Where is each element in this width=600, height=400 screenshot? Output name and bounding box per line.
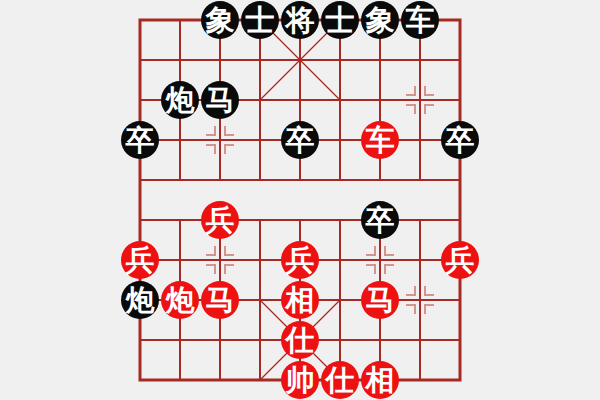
star-point-marker <box>366 246 375 255</box>
piece-red-advisor[interactable]: 仕 <box>281 321 319 359</box>
piece-red-soldier[interactable]: 兵 <box>201 201 239 239</box>
piece-red-horse[interactable]: 马 <box>361 281 399 319</box>
piece-red-soldier[interactable]: 兵 <box>281 241 319 279</box>
piece-black-cannon[interactable]: 炮 <box>121 281 159 319</box>
star-point-marker <box>406 286 415 295</box>
piece-black-elephant[interactable]: 象 <box>201 1 239 39</box>
piece-black-soldier[interactable]: 卒 <box>441 121 479 159</box>
star-point-marker <box>406 305 415 314</box>
piece-red-advisor[interactable]: 仕 <box>321 361 359 399</box>
piece-black-general[interactable]: 将 <box>281 1 319 39</box>
star-point-marker <box>206 246 215 255</box>
star-point-marker <box>225 126 234 135</box>
piece-black-advisor[interactable]: 士 <box>321 1 359 39</box>
star-point-marker <box>385 265 394 274</box>
piece-red-elephant[interactable]: 相 <box>281 281 319 319</box>
piece-red-elephant[interactable]: 相 <box>361 361 399 399</box>
star-point-marker <box>366 265 375 274</box>
star-point-marker <box>225 265 234 274</box>
piece-black-soldier[interactable]: 卒 <box>121 121 159 159</box>
star-point-marker <box>385 246 394 255</box>
star-point-marker <box>206 145 215 154</box>
piece-red-general[interactable]: 帅 <box>281 361 319 399</box>
star-point-marker <box>406 105 415 114</box>
piece-red-soldier[interactable]: 兵 <box>121 241 159 279</box>
piece-black-chariot[interactable]: 车 <box>401 1 439 39</box>
piece-red-horse[interactable]: 马 <box>201 281 239 319</box>
piece-red-soldier[interactable]: 兵 <box>441 241 479 279</box>
piece-black-advisor[interactable]: 士 <box>241 1 279 39</box>
xiangqi-board: 象士将士象车炮马卒卒车卒兵卒兵兵兵炮炮马相马仕帅仕相 <box>0 0 600 400</box>
star-point-marker <box>206 126 215 135</box>
piece-black-soldier[interactable]: 卒 <box>281 121 319 159</box>
piece-black-cannon[interactable]: 炮 <box>161 81 199 119</box>
piece-red-chariot[interactable]: 车 <box>361 121 399 159</box>
piece-red-cannon[interactable]: 炮 <box>161 281 199 319</box>
star-point-marker <box>206 265 215 274</box>
star-point-marker <box>425 105 434 114</box>
piece-black-soldier[interactable]: 卒 <box>361 201 399 239</box>
star-point-marker <box>225 145 234 154</box>
star-point-marker <box>425 286 434 295</box>
piece-black-horse[interactable]: 马 <box>201 81 239 119</box>
star-point-marker <box>425 305 434 314</box>
star-point-marker <box>225 246 234 255</box>
star-point-marker <box>425 86 434 95</box>
piece-black-elephant[interactable]: 象 <box>361 1 399 39</box>
star-point-marker <box>406 86 415 95</box>
